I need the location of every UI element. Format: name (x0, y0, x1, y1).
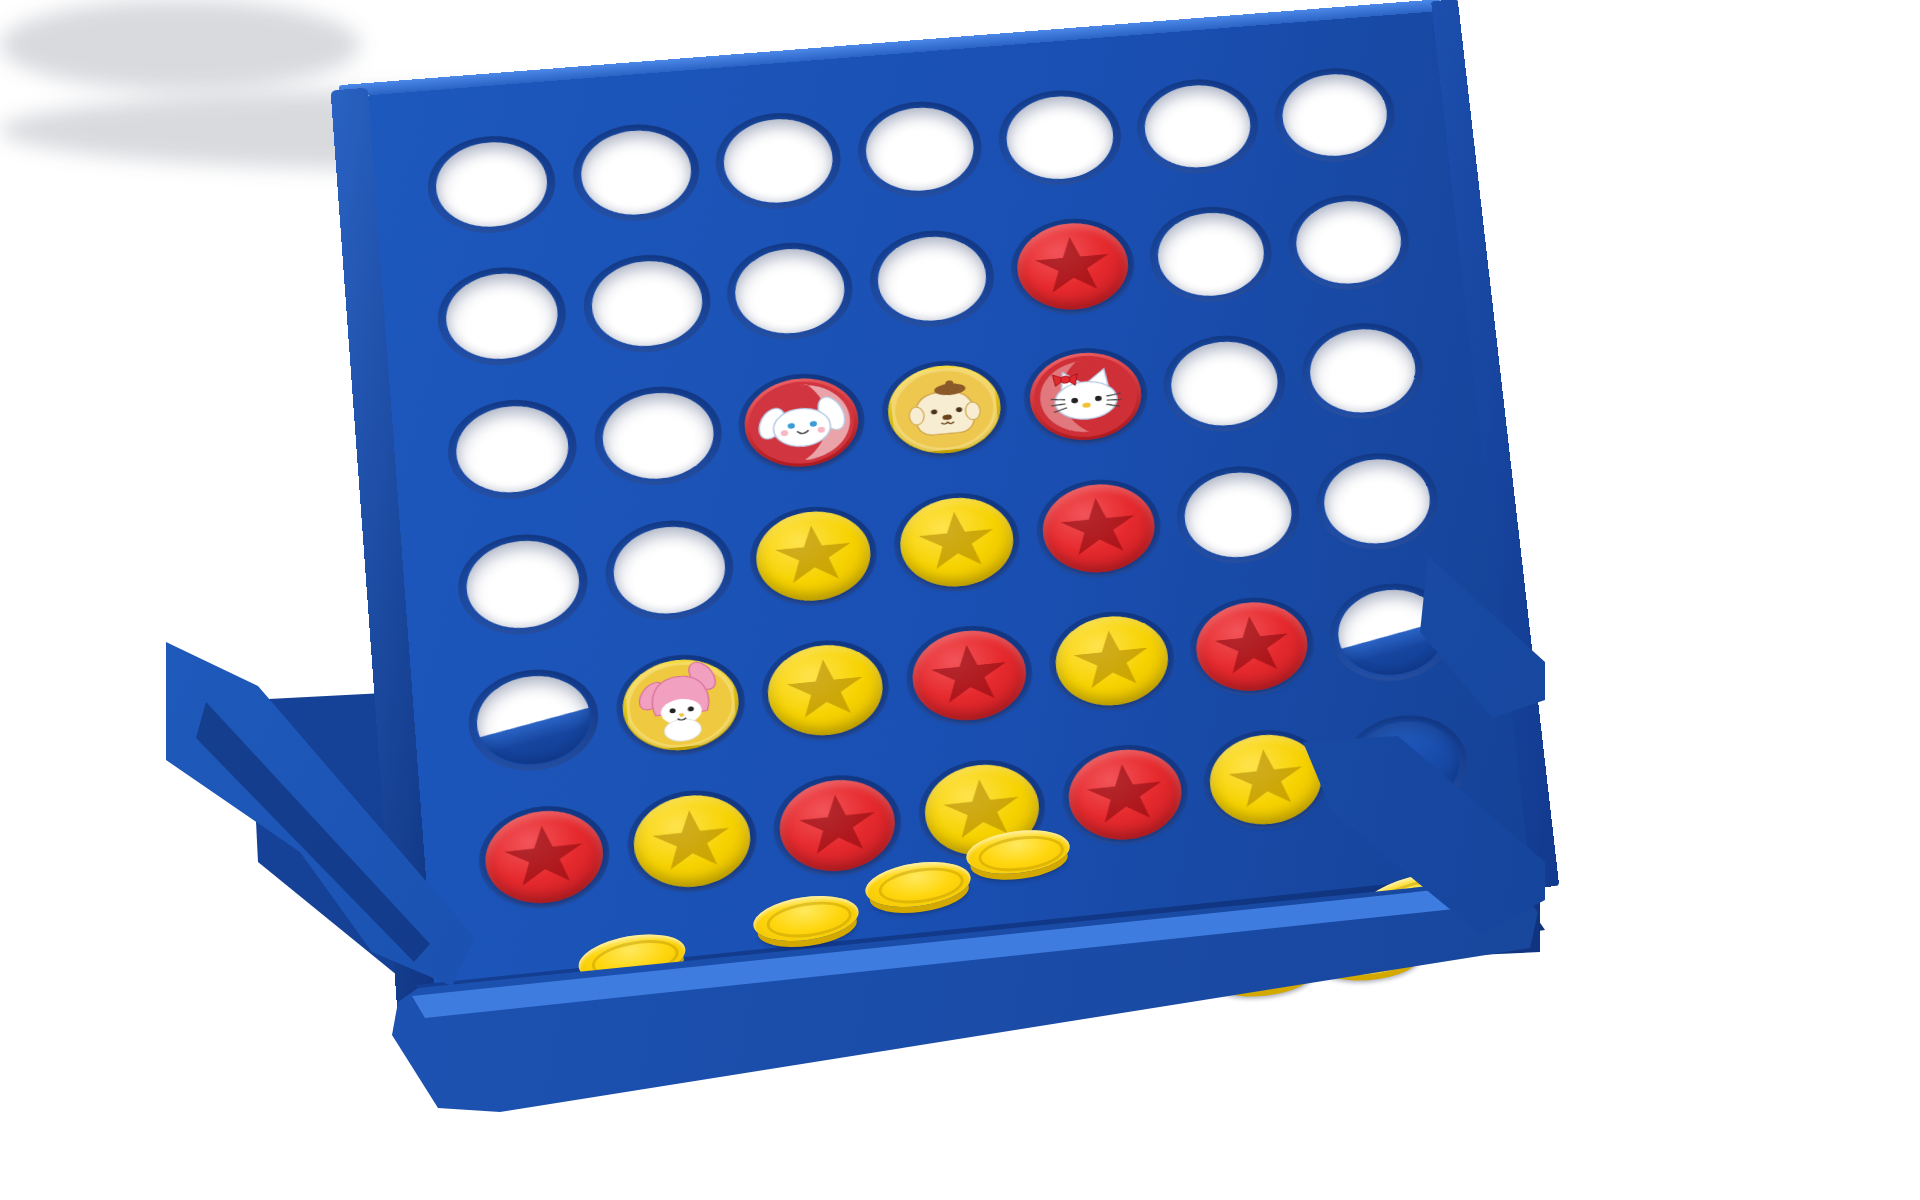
hole-socket (1186, 592, 1319, 702)
board-cell-r5c3[interactable] (747, 616, 904, 766)
board-cell-r5c2[interactable] (602, 630, 759, 781)
star-emboss (499, 818, 589, 893)
hole-socket (878, 356, 1011, 464)
board-grid (414, 46, 1483, 935)
yellow-star-disc (753, 506, 875, 605)
red-star-disc (776, 775, 899, 877)
empty-hole (721, 115, 837, 207)
red-star-disc (1064, 745, 1185, 846)
hole-socket (1146, 202, 1277, 307)
hole-socket (1284, 190, 1414, 294)
hole-socket (623, 785, 760, 899)
hole-socket (854, 97, 986, 202)
board-cell-r3c7[interactable] (1287, 300, 1438, 442)
hole-socket (590, 382, 725, 491)
board-cell-r3c4[interactable] (867, 338, 1021, 483)
empty-hole (732, 245, 848, 338)
star-emboss (770, 518, 858, 590)
red-star-disc (1038, 479, 1158, 577)
star-emboss (647, 803, 736, 877)
board-cell-r2c5[interactable] (996, 196, 1149, 338)
pompompurin-disc (884, 361, 1004, 458)
yellow-star-disc (1051, 611, 1172, 711)
board-cell-r6c1[interactable] (465, 781, 624, 935)
board-cell-r1c7[interactable] (1260, 46, 1410, 184)
hole-socket (1298, 318, 1429, 424)
my-melody-icon (623, 658, 737, 752)
hole-socket (1173, 461, 1305, 569)
hole-socket (746, 501, 881, 611)
board-cell-r1c3[interactable] (702, 90, 856, 232)
star-emboss (1029, 230, 1115, 299)
hole-socket (455, 529, 591, 641)
board-cell-r4c4[interactable] (879, 469, 1034, 616)
board-cell-r1c4[interactable] (844, 79, 997, 220)
empty-hole (463, 536, 582, 633)
hole-socket (1270, 64, 1399, 167)
board-cell-r1c1[interactable] (414, 113, 569, 256)
board-cell-r3c2[interactable] (580, 363, 736, 510)
star-emboss (1081, 757, 1168, 830)
hole-socket (1019, 343, 1151, 450)
hole-socket (1045, 606, 1178, 716)
board-cell-r5c4[interactable] (892, 601, 1048, 750)
hole-socket (434, 262, 569, 370)
board-cell-r6c5[interactable] (1047, 720, 1202, 870)
board-cell-r2c2[interactable] (569, 232, 724, 376)
pompompurin-icon (889, 365, 1001, 455)
hole-socket (1159, 331, 1290, 437)
hole-socket (1007, 214, 1139, 320)
hole-socket (569, 120, 703, 226)
hole-socket (1058, 739, 1192, 851)
hole-socket (770, 769, 906, 882)
empty-hole (874, 233, 989, 326)
empty-hole (862, 103, 977, 194)
board-cell-r3c1[interactable] (434, 376, 591, 523)
hole-socket (1200, 724, 1333, 835)
hole-socket (712, 108, 845, 213)
board-cell-r3c3[interactable] (724, 350, 879, 496)
board-cell-r4c2[interactable] (591, 496, 748, 645)
hello-kitty-disc (1026, 348, 1145, 445)
hole-socket (1133, 75, 1263, 178)
hole-socket (758, 634, 893, 746)
board-cell-r4c6[interactable] (1162, 442, 1315, 587)
empty-hole (1292, 197, 1405, 288)
yellow-star-disc (765, 640, 887, 741)
empty-hole (578, 126, 694, 218)
hole-socket (1032, 474, 1165, 583)
board-cell-r2c6[interactable] (1136, 184, 1288, 325)
star-emboss (1223, 742, 1310, 814)
board-cell-r2c7[interactable] (1273, 173, 1424, 313)
empty-hole (1279, 70, 1392, 160)
hole-socket (444, 395, 580, 505)
board-cell-r2c1[interactable] (424, 244, 580, 389)
hole-socket (994, 86, 1125, 190)
hole-socket (890, 487, 1024, 596)
red-star-disc (1013, 219, 1132, 314)
cinnamoroll-disc (741, 374, 862, 472)
empty-hole (1141, 81, 1254, 171)
empty-hole (1168, 338, 1282, 431)
cinnamoroll-icon (746, 377, 858, 468)
empty-hole (599, 389, 716, 484)
board-cell-r2c4[interactable] (855, 208, 1008, 351)
board-cell-r5c6[interactable] (1175, 573, 1329, 720)
board-cell-r1c2[interactable] (559, 101, 713, 243)
star-emboss (913, 505, 1000, 576)
board-cell-r1c5[interactable] (984, 68, 1136, 208)
board-cell-r4c3[interactable] (736, 482, 892, 630)
red-star-disc (1192, 597, 1312, 696)
star-emboss (1209, 609, 1295, 680)
ground-shadow (0, 0, 360, 90)
board-cell-r4c5[interactable] (1021, 456, 1175, 602)
yellow-star-disc (896, 493, 1017, 592)
empty-hole (588, 257, 705, 351)
empty-hole (610, 522, 728, 619)
empty-hole (1181, 468, 1296, 562)
board-cell-r3c6[interactable] (1149, 313, 1301, 456)
hole-socket (735, 369, 869, 478)
board-cell-r6c2[interactable] (613, 765, 771, 918)
empty-hole (474, 671, 593, 770)
hole-socket (612, 649, 748, 762)
star-emboss (926, 638, 1013, 710)
board-cell-r5c1[interactable] (454, 645, 612, 797)
hole-socket (475, 800, 613, 915)
star-emboss (1068, 623, 1155, 695)
empty-hole (1003, 92, 1117, 183)
board-cell-r4c1[interactable] (444, 510, 602, 660)
red-star-disc (909, 625, 1030, 725)
yellow-star-disc (630, 790, 754, 893)
star-emboss (782, 652, 870, 725)
hole-socket (902, 620, 1036, 731)
hello-kitty-icon (1030, 352, 1141, 442)
star-emboss (1055, 491, 1141, 562)
hole-socket (1312, 448, 1443, 555)
star-emboss (793, 787, 881, 861)
hole-socket (465, 664, 602, 777)
connect-four-photo-scene: { "game": "connect-four", "edition": "Sa… (0, 0, 1920, 1200)
empty-hole (1320, 454, 1434, 548)
empty-hole (443, 269, 561, 363)
hole-socket (424, 131, 558, 238)
board-cell-r1c6[interactable] (1123, 57, 1274, 196)
board-cell-r5c5[interactable] (1034, 587, 1189, 735)
board-cell-r4c7[interactable] (1301, 429, 1453, 573)
hole-socket (723, 238, 856, 345)
hole-socket (866, 226, 998, 332)
board-cell-r2c3[interactable] (713, 220, 867, 364)
hole-socket (601, 515, 737, 626)
empty-hole (433, 138, 550, 231)
empty-hole (1154, 209, 1268, 300)
empty-hole (453, 402, 571, 498)
hole-socket (580, 250, 714, 358)
my-melody-disc (619, 654, 742, 756)
board-cell-r3c5[interactable] (1009, 325, 1162, 469)
empty-hole (1306, 325, 1420, 417)
red-star-disc (482, 806, 606, 910)
